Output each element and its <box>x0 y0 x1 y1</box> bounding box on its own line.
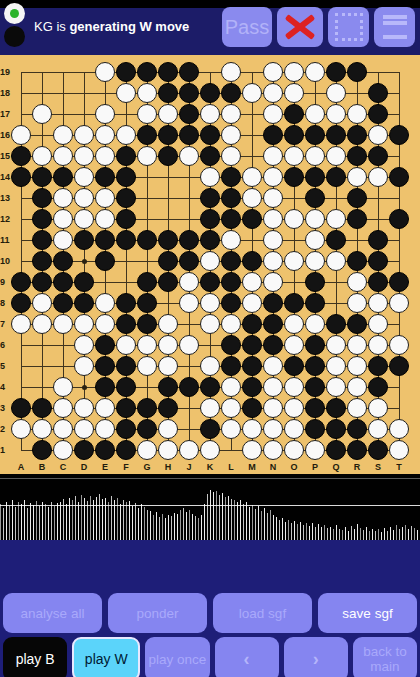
star-point <box>82 385 87 390</box>
black-stone <box>53 272 73 292</box>
white-stone <box>95 419 115 439</box>
board-label: N <box>266 462 280 472</box>
histogram-bar <box>42 502 43 540</box>
white-stone <box>263 146 283 166</box>
histogram-bar <box>414 528 415 540</box>
board-label: J <box>182 462 196 472</box>
white-stone <box>263 251 283 271</box>
white-stone <box>95 398 115 418</box>
black-stone <box>158 398 178 418</box>
black-stone <box>95 167 115 187</box>
white-stone <box>284 251 304 271</box>
histogram-bar <box>57 503 58 540</box>
white-stone <box>305 251 325 271</box>
histogram-bar <box>288 520 289 540</box>
histogram-bar <box>417 530 418 540</box>
histogram-bar <box>39 506 40 540</box>
black-stone <box>116 209 136 229</box>
board-label: C <box>56 462 70 472</box>
black-stone-indicator <box>4 26 25 47</box>
white-stone <box>305 209 325 229</box>
black-stone <box>116 356 136 376</box>
histogram-bar <box>189 510 190 540</box>
histogram-bar <box>243 504 244 540</box>
black-stone <box>326 62 346 82</box>
white-stone <box>368 167 388 187</box>
histogram-bar <box>267 513 268 540</box>
black-stone <box>11 167 31 187</box>
black-stone <box>368 440 388 460</box>
black-stone <box>53 293 73 313</box>
white-stone <box>284 398 304 418</box>
black-stone <box>347 146 367 166</box>
black-stone <box>221 83 241 103</box>
histogram-bar <box>114 500 115 540</box>
histogram-bar <box>78 502 79 540</box>
board-label: 12 <box>0 214 13 224</box>
histogram-bar <box>318 524 319 540</box>
white-stone <box>200 356 220 376</box>
histogram-bar <box>120 504 121 540</box>
black-stone <box>389 209 409 229</box>
histogram-bar <box>333 529 334 540</box>
histogram-bar <box>186 512 187 540</box>
histogram-bar <box>6 502 7 540</box>
white-stone <box>53 398 73 418</box>
histogram-bar <box>378 529 379 540</box>
black-stone <box>305 167 325 187</box>
white-stone <box>242 167 262 187</box>
black-stone <box>389 272 409 292</box>
white-stone <box>95 209 115 229</box>
load-sgf-button[interactable]: load sgf <box>213 593 312 633</box>
pass-button[interactable]: Pass <box>222 7 272 47</box>
white-stone <box>326 251 346 271</box>
play-white-button[interactable]: play W <box>72 637 140 677</box>
board-label: T <box>392 462 406 472</box>
undo-move-button[interactable]: ‹ <box>215 637 279 677</box>
histogram-bar <box>192 514 193 540</box>
histogram-bar <box>21 504 22 540</box>
black-stone <box>326 230 346 250</box>
white-stone <box>137 440 157 460</box>
board-label: B <box>35 462 49 472</box>
black-stone <box>284 125 304 145</box>
histogram-bar <box>198 518 199 540</box>
white-stone <box>116 335 136 355</box>
black-stone <box>221 356 241 376</box>
histogram-bar <box>246 502 247 540</box>
save-sgf-button[interactable]: save sgf <box>318 593 417 633</box>
white-stone <box>368 293 388 313</box>
histogram-bar <box>159 517 160 540</box>
black-stone <box>284 293 304 313</box>
white-stone <box>221 419 241 439</box>
black-stone <box>326 419 346 439</box>
white-stone <box>95 293 115 313</box>
histogram-bar <box>405 525 406 540</box>
histogram-bar <box>87 501 88 540</box>
white-stone <box>32 146 52 166</box>
white-stone <box>74 125 94 145</box>
black-stone <box>347 251 367 271</box>
black-stone <box>179 62 199 82</box>
histogram-bar <box>303 525 304 540</box>
black-stone <box>74 272 94 292</box>
black-stone <box>137 314 157 334</box>
histogram-bar <box>0 504 1 540</box>
white-stone <box>221 125 241 145</box>
histogram-bar <box>30 503 31 540</box>
cancel-button[interactable] <box>277 7 323 47</box>
histogram-bar <box>381 532 382 540</box>
board-label: E <box>98 462 112 472</box>
histogram-bar <box>48 507 49 540</box>
black-stone <box>368 272 388 292</box>
histogram-bar <box>213 492 214 540</box>
histogram-bar <box>369 531 370 540</box>
histogram-bar <box>249 507 250 540</box>
white-stone <box>242 293 262 313</box>
histogram-bar <box>384 528 385 540</box>
histogram-bar <box>411 526 412 540</box>
histogram-gridline <box>0 478 420 479</box>
black-stone <box>158 146 178 166</box>
white-stone <box>284 335 304 355</box>
black-stone <box>347 188 367 208</box>
histogram-bar <box>222 493 223 540</box>
histogram-bar <box>387 531 388 540</box>
histogram-bar <box>132 506 133 540</box>
white-stone <box>242 83 262 103</box>
white-stone <box>368 335 388 355</box>
white-stone <box>74 398 94 418</box>
white-stone <box>200 398 220 418</box>
ponder-button[interactable]: ponder <box>108 593 207 633</box>
white-stone <box>263 419 283 439</box>
black-stone <box>305 293 325 313</box>
histogram-bar <box>297 524 298 540</box>
black-stone <box>347 62 367 82</box>
black-stone <box>326 440 346 460</box>
white-stone <box>137 83 157 103</box>
board-label: P <box>308 462 322 472</box>
histogram-bar <box>171 516 172 540</box>
histogram-bar <box>264 508 265 540</box>
histogram-bar <box>96 497 97 540</box>
white-stone <box>11 314 31 334</box>
white-stone <box>305 440 325 460</box>
histogram-bar <box>3 508 4 540</box>
white-stone <box>347 398 367 418</box>
play-once-button[interactable]: play once <box>145 637 209 677</box>
histogram-bar <box>252 505 253 540</box>
histogram-bar <box>324 525 325 540</box>
histogram-bar <box>240 500 241 540</box>
white-stone <box>263 356 283 376</box>
black-stone <box>116 398 136 418</box>
white-stone <box>95 314 115 334</box>
white-stone <box>263 188 283 208</box>
histogram-bar <box>309 526 310 540</box>
go-app: KG is generating W move Pass 19A18B17C16… <box>0 0 420 677</box>
analyse-all-button[interactable]: analyse all <box>3 593 102 633</box>
histogram-bar <box>366 527 367 540</box>
white-stone <box>305 230 325 250</box>
black-stone <box>116 440 136 460</box>
white-stone <box>74 188 94 208</box>
histogram-bar <box>195 516 196 540</box>
black-stone <box>368 251 388 271</box>
red-x-icon <box>285 12 315 42</box>
white-stone <box>137 146 157 166</box>
histogram-bar <box>408 529 409 540</box>
board-label: S <box>371 462 385 472</box>
white-stone <box>221 104 241 124</box>
menu-button[interactable] <box>374 7 415 47</box>
black-stone <box>326 314 346 334</box>
board-label: D <box>77 462 91 472</box>
histogram-bar <box>183 508 184 540</box>
white-stone <box>74 356 94 376</box>
white-stone <box>305 314 325 334</box>
black-stone <box>116 377 136 397</box>
white-stone <box>179 272 199 292</box>
histogram-bar <box>108 502 109 540</box>
histogram-bar <box>204 504 205 540</box>
black-stone <box>221 188 241 208</box>
black-stone <box>389 356 409 376</box>
white-stone <box>179 440 199 460</box>
histogram-bar <box>72 500 73 540</box>
histogram-bar <box>168 515 169 540</box>
board-label: Q <box>329 462 343 472</box>
black-stone <box>347 125 367 145</box>
black-stone <box>368 83 388 103</box>
white-stone <box>200 314 220 334</box>
board-label: 1 <box>0 445 13 455</box>
black-stone <box>242 377 262 397</box>
black-stone <box>11 146 31 166</box>
white-stone <box>53 209 73 229</box>
white-stone <box>263 440 283 460</box>
histogram-bar <box>126 502 127 540</box>
histogram-bar <box>228 496 229 540</box>
histogram-bar <box>402 527 403 540</box>
black-stone <box>158 83 178 103</box>
star-point <box>82 259 87 264</box>
histogram-bar <box>348 531 349 540</box>
histogram-bar <box>372 529 373 540</box>
black-stone <box>221 335 241 355</box>
black-stone <box>368 104 388 124</box>
histogram-bar <box>261 511 262 540</box>
black-stone <box>137 230 157 250</box>
black-stone <box>116 419 136 439</box>
white-stone <box>284 209 304 229</box>
white-stone <box>158 314 178 334</box>
white-stone <box>200 251 220 271</box>
board-label: 10 <box>0 256 13 266</box>
black-stone <box>200 188 220 208</box>
black-stone <box>116 167 136 187</box>
white-stone <box>242 440 262 460</box>
white-stone <box>326 356 346 376</box>
histogram-bar <box>354 529 355 540</box>
white-stone <box>284 146 304 166</box>
black-stone <box>305 335 325 355</box>
histogram-bar <box>93 500 94 540</box>
histogram-bar <box>129 501 130 540</box>
histogram-bar <box>138 508 139 540</box>
white-stone <box>263 230 283 250</box>
black-stone <box>305 356 325 376</box>
histogram-bar <box>90 496 91 540</box>
histogram-bar <box>357 524 358 540</box>
white-stone <box>74 419 94 439</box>
board-label: 13 <box>0 193 13 203</box>
black-stone <box>137 398 157 418</box>
white-stone <box>347 356 367 376</box>
board-label: A <box>14 462 28 472</box>
white-stone <box>221 377 241 397</box>
white-stone <box>95 188 115 208</box>
histogram-bar <box>153 515 154 540</box>
white-stone <box>74 314 94 334</box>
board-label: M <box>245 462 259 472</box>
board-label: G <box>140 462 154 472</box>
white-stone <box>284 83 304 103</box>
black-stone <box>116 230 136 250</box>
white-stone <box>116 125 136 145</box>
white-stone <box>74 209 94 229</box>
black-stone <box>95 356 115 376</box>
black-stone <box>368 230 388 250</box>
histogram-bar <box>255 509 256 540</box>
black-stone <box>200 230 220 250</box>
black-stone <box>347 419 367 439</box>
histogram-bar <box>54 506 55 540</box>
black-stone <box>347 440 367 460</box>
white-stone <box>347 377 367 397</box>
white-stone <box>137 104 157 124</box>
black-stone <box>116 293 136 313</box>
board-label: 6 <box>0 340 13 350</box>
black-stone <box>305 419 325 439</box>
black-stone <box>95 335 115 355</box>
black-stone <box>32 167 52 187</box>
black-stone <box>263 125 283 145</box>
histogram-bar <box>300 522 301 540</box>
white-stone-indicator <box>4 3 25 24</box>
black-stone <box>326 167 346 187</box>
histogram-bar <box>219 495 220 540</box>
black-stone <box>200 146 220 166</box>
control-buttons: analyse all ponder load sgf save sgf pla… <box>0 590 420 677</box>
white-stone <box>74 167 94 187</box>
white-stone <box>95 125 115 145</box>
white-stone <box>53 314 73 334</box>
histogram-bar <box>75 496 76 540</box>
histogram-bar <box>162 514 163 540</box>
white-stone <box>305 146 325 166</box>
white-stone <box>347 104 367 124</box>
histogram-bar <box>12 500 13 540</box>
black-stone <box>74 440 94 460</box>
black-stone <box>263 335 283 355</box>
histogram-bar <box>207 494 208 540</box>
black-stone <box>32 188 52 208</box>
histogram-bar <box>33 505 34 540</box>
black-stone <box>137 272 157 292</box>
white-stone <box>305 62 325 82</box>
black-stone <box>179 230 199 250</box>
black-stone <box>116 314 136 334</box>
board-label: L <box>224 462 238 472</box>
white-stone <box>53 230 73 250</box>
black-stone <box>32 251 52 271</box>
back-to-main-button[interactable]: back to main <box>353 637 417 677</box>
white-stone <box>326 377 346 397</box>
black-stone <box>200 377 220 397</box>
histogram-bar <box>237 502 238 540</box>
black-stone <box>200 125 220 145</box>
histogram-bar <box>396 525 397 540</box>
white-stone <box>32 104 52 124</box>
white-stone <box>263 272 283 292</box>
white-stone <box>95 104 115 124</box>
histogram-bar <box>291 523 292 540</box>
pass-label: Pass <box>225 16 269 39</box>
black-stone <box>242 356 262 376</box>
select-region-button[interactable] <box>328 7 369 47</box>
white-stone <box>158 335 178 355</box>
black-stone <box>305 377 325 397</box>
black-stone <box>137 293 157 313</box>
black-stone <box>158 125 178 145</box>
white-stone <box>368 398 388 418</box>
histogram-bar <box>9 506 10 540</box>
histogram-bar <box>180 510 181 540</box>
black-stone <box>200 83 220 103</box>
white-stone <box>284 314 304 334</box>
white-stone <box>158 440 178 460</box>
histogram-bar <box>285 522 286 540</box>
white-stone <box>347 167 367 187</box>
histogram-bar <box>201 515 202 540</box>
histogram-bar <box>336 525 337 540</box>
go-board[interactable]: 19A18B17C16D15E14F13G12H11J10K9L8M7N6O5P… <box>0 55 420 474</box>
histogram-bar <box>24 500 25 540</box>
white-stone <box>263 209 283 229</box>
white-stone <box>263 104 283 124</box>
histogram-bar <box>351 526 352 540</box>
histogram-bar <box>279 520 280 540</box>
white-stone <box>326 146 346 166</box>
histogram-bar <box>210 490 211 540</box>
histogram-bar <box>363 530 364 540</box>
histogram-bar <box>51 502 52 540</box>
redo-move-button[interactable]: › <box>284 637 348 677</box>
button-row-1: analyse all ponder load sgf save sgf <box>3 593 417 633</box>
white-stone <box>221 398 241 418</box>
histogram-bar <box>234 500 235 540</box>
white-stone <box>32 293 52 313</box>
black-stone <box>284 356 304 376</box>
play-black-button[interactable]: play B <box>3 637 67 677</box>
white-stone <box>221 146 241 166</box>
histogram-gridline <box>0 505 420 506</box>
